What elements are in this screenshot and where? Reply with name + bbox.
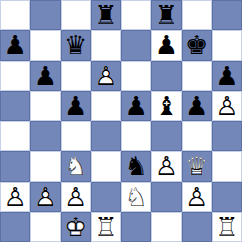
piece-black-pawn-f7: ♟ <box>151 30 181 60</box>
square-e5[interactable]: ♟ <box>121 91 151 121</box>
square-b3[interactable] <box>30 151 60 181</box>
piece-black-rook-f8: ♜ <box>151 0 181 30</box>
piece-white-knight-c3: ♞♘ <box>61 151 91 181</box>
square-b2[interactable]: ♟♙ <box>30 182 60 212</box>
square-e3[interactable]: ♞ <box>121 151 151 181</box>
square-h7[interactable] <box>212 30 242 60</box>
piece-white-pawn-a2: ♟♙ <box>0 182 30 212</box>
piece-white-rook-h1: ♜♖ <box>212 212 242 242</box>
piece-white-king-c1: ♚♔ <box>61 212 91 242</box>
square-h2[interactable] <box>212 182 242 212</box>
chess-board: ♜♜♟♛♟♚♟♟♙♟♟♟♝♟♟♙♞♘♞♟♙♛♕♟♙♟♙♟♙♞♘♟♙♚♔♜♖♜♖ <box>0 0 242 242</box>
square-b7[interactable] <box>30 30 60 60</box>
piece-white-knight-e2: ♞♘ <box>121 182 151 212</box>
square-f3[interactable]: ♟♙ <box>151 151 181 181</box>
square-d5[interactable] <box>91 91 121 121</box>
piece-black-pawn-g5: ♟ <box>182 91 212 121</box>
square-e1[interactable] <box>121 212 151 242</box>
piece-black-pawn-b6: ♟ <box>30 61 60 91</box>
piece-white-queen-g3: ♛♕ <box>182 151 212 181</box>
square-c6[interactable] <box>61 61 91 91</box>
square-a5[interactable] <box>0 91 30 121</box>
square-a6[interactable] <box>0 61 30 91</box>
square-d3[interactable] <box>91 151 121 181</box>
square-f8[interactable]: ♜ <box>151 0 181 30</box>
square-h4[interactable] <box>212 121 242 151</box>
square-e2[interactable]: ♞♘ <box>121 182 151 212</box>
square-a4[interactable] <box>0 121 30 151</box>
square-d4[interactable] <box>91 121 121 151</box>
square-e8[interactable] <box>121 0 151 30</box>
square-e6[interactable] <box>121 61 151 91</box>
square-e7[interactable] <box>121 30 151 60</box>
square-g8[interactable] <box>182 0 212 30</box>
piece-black-pawn-h6: ♟ <box>212 61 242 91</box>
square-g2[interactable]: ♟♙ <box>182 182 212 212</box>
square-h8[interactable] <box>212 0 242 30</box>
square-d7[interactable] <box>91 30 121 60</box>
square-d8[interactable]: ♜ <box>91 0 121 30</box>
piece-black-knight-e3: ♞ <box>121 151 151 181</box>
square-h3[interactable] <box>212 151 242 181</box>
piece-white-pawn-d6: ♟♙ <box>91 61 121 91</box>
piece-black-pawn-c5: ♟ <box>61 91 91 121</box>
square-a1[interactable] <box>0 212 30 242</box>
square-g3[interactable]: ♛♕ <box>182 151 212 181</box>
piece-white-rook-d1: ♜♖ <box>91 212 121 242</box>
square-h1[interactable]: ♜♖ <box>212 212 242 242</box>
square-c2[interactable]: ♟♙ <box>61 182 91 212</box>
piece-black-pawn-e5: ♟ <box>121 91 151 121</box>
square-b5[interactable] <box>30 91 60 121</box>
square-h6[interactable]: ♟ <box>212 61 242 91</box>
square-g6[interactable] <box>182 61 212 91</box>
square-f6[interactable] <box>151 61 181 91</box>
square-c1[interactable]: ♚♔ <box>61 212 91 242</box>
square-f7[interactable]: ♟ <box>151 30 181 60</box>
square-d6[interactable]: ♟♙ <box>91 61 121 91</box>
square-f2[interactable] <box>151 182 181 212</box>
square-d2[interactable] <box>91 182 121 212</box>
square-g1[interactable] <box>182 212 212 242</box>
piece-white-pawn-b2: ♟♙ <box>30 182 60 212</box>
piece-black-queen-c7: ♛ <box>61 30 91 60</box>
square-b6[interactable]: ♟ <box>30 61 60 91</box>
square-c3[interactable]: ♞♘ <box>61 151 91 181</box>
piece-white-pawn-h5: ♟♙ <box>212 91 242 121</box>
square-c8[interactable] <box>61 0 91 30</box>
square-h5[interactable]: ♟♙ <box>212 91 242 121</box>
square-b1[interactable] <box>30 212 60 242</box>
square-f5[interactable]: ♝ <box>151 91 181 121</box>
square-g7[interactable]: ♚ <box>182 30 212 60</box>
square-a8[interactable] <box>0 0 30 30</box>
piece-white-pawn-g2: ♟♙ <box>182 182 212 212</box>
piece-white-pawn-c2: ♟♙ <box>61 182 91 212</box>
square-c7[interactable]: ♛ <box>61 30 91 60</box>
piece-black-king-g7: ♚ <box>182 30 212 60</box>
square-b8[interactable] <box>30 0 60 30</box>
piece-black-bishop-f5: ♝ <box>151 91 181 121</box>
square-f4[interactable] <box>151 121 181 151</box>
square-d1[interactable]: ♜♖ <box>91 212 121 242</box>
square-a2[interactable]: ♟♙ <box>0 182 30 212</box>
square-g4[interactable] <box>182 121 212 151</box>
piece-black-pawn-a7: ♟ <box>0 30 30 60</box>
piece-white-pawn-f3: ♟♙ <box>151 151 181 181</box>
piece-black-rook-d8: ♜ <box>91 0 121 30</box>
square-c4[interactable] <box>61 121 91 151</box>
square-c5[interactable]: ♟ <box>61 91 91 121</box>
square-e4[interactable] <box>121 121 151 151</box>
square-b4[interactable] <box>30 121 60 151</box>
square-f1[interactable] <box>151 212 181 242</box>
square-a3[interactable] <box>0 151 30 181</box>
square-g5[interactable]: ♟ <box>182 91 212 121</box>
square-a7[interactable]: ♟ <box>0 30 30 60</box>
